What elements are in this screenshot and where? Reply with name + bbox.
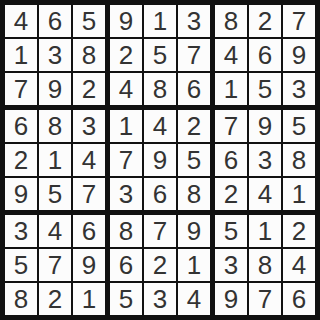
sudoku-cell-r7c7[interactable]: 5 bbox=[215, 215, 247, 247]
sudoku-cell-r7c9[interactable]: 2 bbox=[283, 215, 315, 247]
sudoku-cell-r4c4[interactable]: 1 bbox=[110, 110, 142, 142]
sudoku-cell-r1c1[interactable]: 4 bbox=[5, 5, 37, 37]
sudoku-cell-r9c8[interactable]: 7 bbox=[249, 283, 281, 315]
sudoku-cell-r9c9[interactable]: 6 bbox=[283, 283, 315, 315]
sudoku-cell-r4c8[interactable]: 9 bbox=[249, 110, 281, 142]
sudoku-cell-r2c2[interactable]: 3 bbox=[39, 39, 71, 71]
sudoku-cell-r1c4[interactable]: 9 bbox=[110, 5, 142, 37]
sudoku-cell-r8c5[interactable]: 2 bbox=[144, 249, 176, 281]
sudoku-cell-r4c5[interactable]: 4 bbox=[144, 110, 176, 142]
sudoku-cell-r5c9[interactable]: 8 bbox=[283, 144, 315, 176]
sudoku-cell-r5c6[interactable]: 5 bbox=[178, 144, 210, 176]
sudoku-cell-r8c9[interactable]: 4 bbox=[283, 249, 315, 281]
sudoku-cell-r3c6[interactable]: 6 bbox=[178, 73, 210, 105]
sudoku-cell-r8c4[interactable]: 6 bbox=[110, 249, 142, 281]
sudoku-cell-r6c4[interactable]: 3 bbox=[110, 178, 142, 210]
sudoku-cell-r9c5[interactable]: 3 bbox=[144, 283, 176, 315]
sudoku-cell-r1c6[interactable]: 3 bbox=[178, 5, 210, 37]
sudoku-cell-r4c9[interactable]: 5 bbox=[283, 110, 315, 142]
sudoku-cell-r7c3[interactable]: 6 bbox=[73, 215, 105, 247]
sudoku-cell-r4c1[interactable]: 6 bbox=[5, 110, 37, 142]
sudoku-cell-r8c1[interactable]: 5 bbox=[5, 249, 37, 281]
sudoku-cell-r5c8[interactable]: 3 bbox=[249, 144, 281, 176]
sudoku-cell-r1c5[interactable]: 1 bbox=[144, 5, 176, 37]
sudoku-cell-r1c3[interactable]: 5 bbox=[73, 5, 105, 37]
sudoku-cell-r7c8[interactable]: 1 bbox=[249, 215, 281, 247]
sudoku-cell-r9c6[interactable]: 4 bbox=[178, 283, 210, 315]
sudoku-cell-r7c1[interactable]: 3 bbox=[5, 215, 37, 247]
sudoku-cell-r9c2[interactable]: 2 bbox=[39, 283, 71, 315]
sudoku-cell-r1c7[interactable]: 8 bbox=[215, 5, 247, 37]
sudoku-cell-r9c1[interactable]: 8 bbox=[5, 283, 37, 315]
sudoku-cell-r3c9[interactable]: 3 bbox=[283, 73, 315, 105]
sudoku-cell-r6c5[interactable]: 6 bbox=[144, 178, 176, 210]
sudoku-cell-r4c6[interactable]: 2 bbox=[178, 110, 210, 142]
sudoku-cell-r3c1[interactable]: 7 bbox=[5, 73, 37, 105]
sudoku-cell-r8c3[interactable]: 9 bbox=[73, 249, 105, 281]
sudoku-cell-r6c8[interactable]: 4 bbox=[249, 178, 281, 210]
sudoku-cell-r3c4[interactable]: 4 bbox=[110, 73, 142, 105]
sudoku-cell-r8c2[interactable]: 7 bbox=[39, 249, 71, 281]
sudoku-cell-r5c2[interactable]: 1 bbox=[39, 144, 71, 176]
sudoku-cell-r3c7[interactable]: 1 bbox=[215, 73, 247, 105]
sudoku-cell-r6c2[interactable]: 5 bbox=[39, 178, 71, 210]
sudoku-cell-r7c4[interactable]: 8 bbox=[110, 215, 142, 247]
sudoku-cell-r3c8[interactable]: 5 bbox=[249, 73, 281, 105]
sudoku-cell-r2c7[interactable]: 4 bbox=[215, 39, 247, 71]
sudoku-cell-r3c3[interactable]: 2 bbox=[73, 73, 105, 105]
sudoku-cell-r5c5[interactable]: 9 bbox=[144, 144, 176, 176]
sudoku-cell-r6c6[interactable]: 8 bbox=[178, 178, 210, 210]
sudoku-cell-r2c3[interactable]: 8 bbox=[73, 39, 105, 71]
sudoku-cell-r2c8[interactable]: 6 bbox=[249, 39, 281, 71]
sudoku-cell-r5c3[interactable]: 4 bbox=[73, 144, 105, 176]
sudoku-cell-r7c6[interactable]: 9 bbox=[178, 215, 210, 247]
sudoku-cell-r9c3[interactable]: 1 bbox=[73, 283, 105, 315]
sudoku-cell-r6c9[interactable]: 1 bbox=[283, 178, 315, 210]
sudoku-cell-r5c7[interactable]: 6 bbox=[215, 144, 247, 176]
sudoku-cell-r2c5[interactable]: 5 bbox=[144, 39, 176, 71]
sudoku-cell-r6c7[interactable]: 2 bbox=[215, 178, 247, 210]
sudoku-cell-r2c6[interactable]: 7 bbox=[178, 39, 210, 71]
sudoku-cell-r6c1[interactable]: 9 bbox=[5, 178, 37, 210]
sudoku-cell-r2c9[interactable]: 9 bbox=[283, 39, 315, 71]
sudoku-cell-r4c2[interactable]: 8 bbox=[39, 110, 71, 142]
sudoku-cell-r9c4[interactable]: 5 bbox=[110, 283, 142, 315]
sudoku-cell-r8c8[interactable]: 8 bbox=[249, 249, 281, 281]
sudoku-cell-r3c2[interactable]: 9 bbox=[39, 73, 71, 105]
sudoku-cell-r1c2[interactable]: 6 bbox=[39, 5, 71, 37]
sudoku-cell-r2c4[interactable]: 2 bbox=[110, 39, 142, 71]
sudoku-cell-r6c3[interactable]: 7 bbox=[73, 178, 105, 210]
sudoku-cell-r8c7[interactable]: 3 bbox=[215, 249, 247, 281]
sudoku-cell-r3c5[interactable]: 8 bbox=[144, 73, 176, 105]
sudoku-cell-r4c7[interactable]: 7 bbox=[215, 110, 247, 142]
sudoku-cell-r8c6[interactable]: 1 bbox=[178, 249, 210, 281]
sudoku-cell-r7c5[interactable]: 7 bbox=[144, 215, 176, 247]
sudoku-cell-r1c8[interactable]: 2 bbox=[249, 5, 281, 37]
sudoku-cell-r2c1[interactable]: 1 bbox=[5, 39, 37, 71]
sudoku-cell-r5c4[interactable]: 7 bbox=[110, 144, 142, 176]
sudoku-cell-r7c2[interactable]: 4 bbox=[39, 215, 71, 247]
sudoku-cell-r4c3[interactable]: 3 bbox=[73, 110, 105, 142]
sudoku-cell-r1c9[interactable]: 7 bbox=[283, 5, 315, 37]
sudoku-cell-r9c7[interactable]: 9 bbox=[215, 283, 247, 315]
sudoku-cell-r5c1[interactable]: 2 bbox=[5, 144, 37, 176]
sudoku-board: 4659138271382574697924861536831427952147… bbox=[0, 0, 320, 320]
